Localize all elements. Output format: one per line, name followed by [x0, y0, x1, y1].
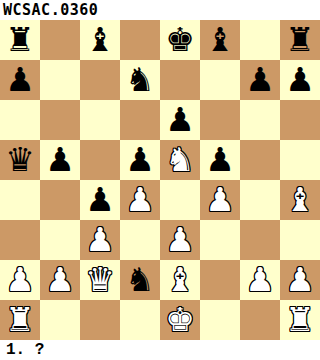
square-a6[interactable]: [0, 100, 40, 140]
square-d7[interactable]: ♞: [120, 60, 160, 100]
white-queen-c2: ♛: [85, 263, 115, 296]
square-b1[interactable]: [40, 300, 80, 340]
square-b7[interactable]: [40, 60, 80, 100]
white-pawn-d4: ♟: [125, 183, 155, 216]
black-pawn-d5: ♟: [125, 143, 155, 176]
square-b6[interactable]: [40, 100, 80, 140]
square-g2[interactable]: ♟: [240, 260, 280, 300]
square-d1[interactable]: [120, 300, 160, 340]
square-h6[interactable]: [280, 100, 320, 140]
square-g3[interactable]: [240, 220, 280, 260]
square-h3[interactable]: [280, 220, 320, 260]
square-a5[interactable]: ♛: [0, 140, 40, 180]
square-b5[interactable]: ♟: [40, 140, 80, 180]
square-g6[interactable]: [240, 100, 280, 140]
black-pawn-b5: ♟: [45, 143, 75, 176]
square-c3[interactable]: ♟: [80, 220, 120, 260]
square-a1[interactable]: ♜: [0, 300, 40, 340]
square-h5[interactable]: [280, 140, 320, 180]
square-b8[interactable]: [40, 20, 80, 60]
black-pawn-a7: ♟: [5, 63, 35, 96]
square-f5[interactable]: ♟: [200, 140, 240, 180]
black-pawn-f5: ♟: [205, 143, 235, 176]
black-knight-d7: ♞: [125, 63, 155, 96]
black-pawn-g7: ♟: [245, 63, 275, 96]
black-rook-h8: ♜: [285, 23, 315, 56]
square-g5[interactable]: [240, 140, 280, 180]
square-f8[interactable]: ♝: [200, 20, 240, 60]
square-e2[interactable]: ♝: [160, 260, 200, 300]
white-rook-h1: ♜: [285, 303, 315, 336]
black-king-e8: ♚: [165, 23, 195, 56]
white-pawn-g2: ♟: [245, 263, 275, 296]
square-c8[interactable]: ♝: [80, 20, 120, 60]
square-c2[interactable]: ♛: [80, 260, 120, 300]
square-e6[interactable]: ♟: [160, 100, 200, 140]
square-d8[interactable]: [120, 20, 160, 60]
black-knight-d2: ♞: [125, 263, 155, 296]
square-d4[interactable]: ♟: [120, 180, 160, 220]
square-f3[interactable]: [200, 220, 240, 260]
square-c4[interactable]: ♟: [80, 180, 120, 220]
black-pawn-h7: ♟: [285, 63, 315, 96]
black-pawn-e6: ♟: [165, 103, 195, 136]
square-b4[interactable]: [40, 180, 80, 220]
square-f6[interactable]: [200, 100, 240, 140]
square-g8[interactable]: [240, 20, 280, 60]
white-rook-a1: ♜: [5, 303, 35, 336]
white-bishop-h4: ♝: [285, 183, 315, 216]
square-g7[interactable]: ♟: [240, 60, 280, 100]
black-pawn-c4: ♟: [85, 183, 115, 216]
square-e8[interactable]: ♚: [160, 20, 200, 60]
black-queen-a5: ♛: [5, 143, 35, 176]
square-a4[interactable]: [0, 180, 40, 220]
square-c7[interactable]: [80, 60, 120, 100]
square-c5[interactable]: [80, 140, 120, 180]
square-e5[interactable]: ♞: [160, 140, 200, 180]
white-pawn-e3: ♟: [165, 223, 195, 256]
square-c6[interactable]: [80, 100, 120, 140]
white-pawn-b2: ♟: [45, 263, 75, 296]
square-a3[interactable]: [0, 220, 40, 260]
square-d6[interactable]: [120, 100, 160, 140]
chess-board: ♜♝♚♝♜♟♞♟♟♟♛♟♟♞♟♟♟♟♝♟♟♟♟♛♞♝♟♟♜♚♜: [0, 20, 320, 340]
square-d5[interactable]: ♟: [120, 140, 160, 180]
black-rook-a8: ♜: [5, 23, 35, 56]
square-a8[interactable]: ♜: [0, 20, 40, 60]
square-e3[interactable]: ♟: [160, 220, 200, 260]
square-f1[interactable]: [200, 300, 240, 340]
square-h4[interactable]: ♝: [280, 180, 320, 220]
square-d3[interactable]: [120, 220, 160, 260]
square-f7[interactable]: [200, 60, 240, 100]
square-e7[interactable]: [160, 60, 200, 100]
square-b3[interactable]: [40, 220, 80, 260]
square-f4[interactable]: ♟: [200, 180, 240, 220]
square-h7[interactable]: ♟: [280, 60, 320, 100]
black-bishop-c8: ♝: [85, 23, 115, 56]
white-pawn-h2: ♟: [285, 263, 315, 296]
white-bishop-e2: ♝: [165, 263, 195, 296]
square-b2[interactable]: ♟: [40, 260, 80, 300]
square-h8[interactable]: ♜: [280, 20, 320, 60]
square-g1[interactable]: [240, 300, 280, 340]
white-pawn-c3: ♟: [85, 223, 115, 256]
square-c1[interactable]: [80, 300, 120, 340]
white-knight-e5: ♞: [165, 143, 195, 176]
square-g4[interactable]: [240, 180, 280, 220]
white-pawn-a2: ♟: [5, 263, 35, 296]
black-bishop-f8: ♝: [205, 23, 235, 56]
square-a2[interactable]: ♟: [0, 260, 40, 300]
square-h1[interactable]: ♜: [280, 300, 320, 340]
square-e4[interactable]: [160, 180, 200, 220]
square-d2[interactable]: ♞: [120, 260, 160, 300]
white-pawn-f4: ♟: [205, 183, 235, 216]
square-a7[interactable]: ♟: [0, 60, 40, 100]
puzzle-title: WCSAC.0360: [0, 0, 320, 20]
square-f2[interactable]: [200, 260, 240, 300]
square-h2[interactable]: ♟: [280, 260, 320, 300]
square-e1[interactable]: ♚: [160, 300, 200, 340]
move-prompt: 1. ?: [0, 340, 320, 360]
white-king-e1: ♚: [165, 303, 195, 336]
